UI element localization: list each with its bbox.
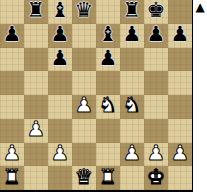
square-a8[interactable] [0,0,24,24]
square-c6[interactable]: ♟ [48,48,72,72]
square-g7[interactable]: ♟ [144,24,168,48]
square-d8[interactable]: ♛ [72,0,96,24]
square-f3[interactable] [120,119,144,143]
square-g1[interactable]: ♚ [144,166,168,190]
square-b4[interactable] [24,95,48,119]
square-b1[interactable] [24,166,48,190]
black-bishop: ♝ [99,24,118,45]
square-e8[interactable] [96,0,120,24]
square-h7[interactable]: ♟ [168,24,192,48]
white-knight: ♞ [99,95,118,116]
square-f4[interactable]: ♞ [120,95,144,119]
square-c5[interactable] [48,71,72,95]
square-b8[interactable]: ♜ [24,0,48,24]
white-pawn: ♟ [171,143,190,164]
square-f5[interactable] [120,71,144,95]
white-knight: ♞ [123,95,142,116]
white-pawn: ♟ [147,143,166,164]
white-pawn: ♟ [27,119,46,140]
square-e7[interactable]: ♝ [96,24,120,48]
square-f2[interactable]: ♟ [120,143,144,167]
chess-app-window: ♜♝♛♜♚♟♟♝♟♟♟♟♟♟♞♞♟♟♟♟♟♟♜♛♜♚ ▲ [0,0,207,192]
square-d2[interactable] [72,143,96,167]
white-rook: ♜ [3,167,22,188]
square-d4[interactable]: ♟ [72,95,96,119]
square-c2[interactable]: ♟ [48,143,72,167]
square-b3[interactable]: ♟ [24,119,48,143]
white-rook: ♜ [99,167,118,188]
square-h4[interactable] [168,95,192,119]
square-g5[interactable] [144,71,168,95]
square-e2[interactable] [96,143,120,167]
black-pawn: ♟ [99,48,118,69]
square-f6[interactable] [120,48,144,72]
black-king: ♚ [147,0,166,21]
square-g6[interactable] [144,48,168,72]
square-a2[interactable]: ♟ [0,143,24,167]
chess-board: ♜♝♛♜♚♟♟♝♟♟♟♟♟♟♞♞♟♟♟♟♟♟♜♛♜♚ [0,0,193,192]
square-e4[interactable]: ♞ [96,95,120,119]
square-h2[interactable]: ♟ [168,143,192,167]
square-a4[interactable] [0,95,24,119]
square-e5[interactable] [96,71,120,95]
square-g8[interactable]: ♚ [144,0,168,24]
square-h6[interactable] [168,48,192,72]
black-pawn: ♟ [171,24,190,45]
square-c7[interactable]: ♟ [48,24,72,48]
square-d3[interactable] [72,119,96,143]
square-c3[interactable] [48,119,72,143]
square-f8[interactable]: ♜ [120,0,144,24]
black-rook: ♜ [27,0,46,21]
white-pawn: ♟ [75,95,94,116]
square-b5[interactable] [24,71,48,95]
square-a3[interactable] [0,119,24,143]
black-pawn: ♟ [123,24,142,45]
white-pawn: ♟ [3,143,22,164]
white-king: ♚ [147,167,166,188]
black-bishop: ♝ [51,0,70,21]
square-c4[interactable] [48,95,72,119]
square-e3[interactable] [96,119,120,143]
square-d7[interactable] [72,24,96,48]
black-queen: ♛ [75,0,94,21]
white-pawn: ♟ [51,143,70,164]
square-d5[interactable] [72,71,96,95]
square-a5[interactable] [0,71,24,95]
square-b6[interactable] [24,48,48,72]
square-c1[interactable] [48,166,72,190]
square-b2[interactable] [24,143,48,167]
square-g4[interactable] [144,95,168,119]
square-c8[interactable]: ♝ [48,0,72,24]
square-d6[interactable] [72,48,96,72]
black-to-move-indicator: ▲ [195,1,204,13]
square-e6[interactable]: ♟ [96,48,120,72]
square-h1[interactable] [168,166,192,190]
square-h5[interactable] [168,71,192,95]
square-e1[interactable]: ♜ [96,166,120,190]
black-rook: ♜ [123,0,142,21]
square-h8[interactable] [168,0,192,24]
square-b7[interactable] [24,24,48,48]
black-pawn: ♟ [3,24,22,45]
square-a6[interactable] [0,48,24,72]
side-to-move-strip: ▲ [193,0,207,192]
black-pawn: ♟ [51,48,70,69]
square-a1[interactable]: ♜ [0,166,24,190]
square-d1[interactable]: ♛ [72,166,96,190]
black-pawn: ♟ [147,24,166,45]
square-f7[interactable]: ♟ [120,24,144,48]
square-g3[interactable] [144,119,168,143]
square-g2[interactable]: ♟ [144,143,168,167]
black-pawn: ♟ [51,24,70,45]
white-queen: ♛ [75,167,94,188]
square-f1[interactable] [120,166,144,190]
square-a7[interactable]: ♟ [0,24,24,48]
square-h3[interactable] [168,119,192,143]
white-pawn: ♟ [123,143,142,164]
